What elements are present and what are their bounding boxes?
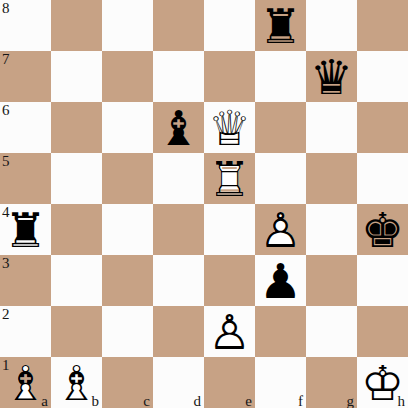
piece-fill: ♝ — [55, 359, 98, 407]
file-label-e: e — [245, 393, 252, 408]
square-a2[interactable]: 2 — [0, 306, 51, 357]
piece-black-pawn: ♟ — [255, 255, 306, 306]
square-h4[interactable]: ♚ — [357, 204, 408, 255]
piece-black-bishop: ♝ — [153, 102, 204, 153]
piece-white-king: ♚♔ — [357, 357, 408, 408]
square-e7[interactable] — [204, 51, 255, 102]
square-a6[interactable]: 6 — [0, 102, 51, 153]
file-label-g: g — [347, 393, 355, 408]
square-b7[interactable] — [51, 51, 102, 102]
piece-black-rook: ♜ — [255, 0, 306, 51]
square-d4[interactable] — [153, 204, 204, 255]
square-g7[interactable]: ♛ — [306, 51, 357, 102]
square-d8[interactable] — [153, 0, 204, 51]
file-label-c: c — [143, 393, 150, 408]
square-g8[interactable] — [306, 0, 357, 51]
square-h8[interactable] — [357, 0, 408, 51]
rank-label-8: 8 — [2, 0, 10, 17]
square-b8[interactable] — [51, 0, 102, 51]
square-f8[interactable]: ♜ — [255, 0, 306, 51]
square-e4[interactable] — [204, 204, 255, 255]
piece-outline: ♙ — [208, 308, 251, 356]
piece-outline: ♗ — [4, 359, 47, 407]
piece-fill: ♟ — [208, 308, 251, 356]
square-e6[interactable]: ♛♕ — [204, 102, 255, 153]
square-f7[interactable] — [255, 51, 306, 102]
piece-fill: ♜ — [259, 2, 302, 50]
square-b2[interactable] — [51, 306, 102, 357]
square-f3[interactable]: ♟ — [255, 255, 306, 306]
piece-outline: ♔ — [361, 359, 404, 407]
rank-label-3: 3 — [2, 255, 10, 272]
square-d6[interactable]: ♝ — [153, 102, 204, 153]
file-label-f: f — [298, 393, 303, 408]
square-h3[interactable] — [357, 255, 408, 306]
square-e5[interactable]: ♜♖ — [204, 153, 255, 204]
piece-outline: ♖ — [208, 155, 251, 203]
piece-fill: ♚ — [361, 206, 404, 254]
square-e3[interactable] — [204, 255, 255, 306]
square-b4[interactable] — [51, 204, 102, 255]
square-c7[interactable] — [102, 51, 153, 102]
square-b3[interactable] — [51, 255, 102, 306]
piece-white-rook: ♜♖ — [204, 153, 255, 204]
square-f6[interactable] — [255, 102, 306, 153]
piece-fill: ♛ — [310, 53, 353, 101]
square-f2[interactable] — [255, 306, 306, 357]
square-g5[interactable] — [306, 153, 357, 204]
piece-black-rook: ♜ — [0, 204, 51, 255]
file-label-b: b — [92, 393, 100, 408]
square-c3[interactable] — [102, 255, 153, 306]
piece-outline: ♗ — [55, 359, 98, 407]
square-d3[interactable] — [153, 255, 204, 306]
rank-label-7: 7 — [2, 51, 10, 68]
piece-fill: ♝ — [4, 359, 47, 407]
square-b5[interactable] — [51, 153, 102, 204]
file-label-h: h — [398, 393, 406, 408]
square-a3[interactable]: 3 — [0, 255, 51, 306]
rank-label-4: 4 — [2, 204, 10, 221]
square-b6[interactable] — [51, 102, 102, 153]
square-h1[interactable]: h♚♔ — [357, 357, 408, 408]
square-c2[interactable] — [102, 306, 153, 357]
piece-white-pawn: ♟♙ — [204, 306, 255, 357]
board: 8♜7♛6♝♛♕5♜♖4♜♟♙♚3♟2♟♙1a♝♗b♝♗cdefgh♚♔ — [0, 0, 408, 408]
square-a1[interactable]: 1a♝♗ — [0, 357, 51, 408]
piece-outline: ♕ — [208, 104, 251, 152]
square-f4[interactable]: ♟♙ — [255, 204, 306, 255]
square-d7[interactable] — [153, 51, 204, 102]
piece-fill: ♜ — [4, 206, 47, 254]
square-c8[interactable] — [102, 0, 153, 51]
square-h5[interactable] — [357, 153, 408, 204]
square-h7[interactable] — [357, 51, 408, 102]
file-label-d: d — [194, 393, 202, 408]
piece-white-bishop: ♝♗ — [51, 357, 102, 408]
square-b1[interactable]: b♝♗ — [51, 357, 102, 408]
piece-white-pawn: ♟♙ — [255, 204, 306, 255]
piece-black-king: ♚ — [357, 204, 408, 255]
rank-label-6: 6 — [2, 102, 10, 119]
piece-fill: ♟ — [259, 257, 302, 305]
square-e1[interactable]: e — [204, 357, 255, 408]
square-f1[interactable]: f — [255, 357, 306, 408]
rank-label-5: 5 — [2, 153, 10, 170]
rank-label-2: 2 — [2, 306, 10, 323]
square-a5[interactable]: 5 — [0, 153, 51, 204]
square-e8[interactable] — [204, 0, 255, 51]
piece-fill: ♛ — [208, 104, 251, 152]
square-a8[interactable]: 8 — [0, 0, 51, 51]
piece-outline: ♙ — [259, 206, 302, 254]
square-g1[interactable]: g — [306, 357, 357, 408]
square-g3[interactable] — [306, 255, 357, 306]
square-a4[interactable]: 4♜ — [0, 204, 51, 255]
square-f5[interactable] — [255, 153, 306, 204]
piece-fill: ♜ — [208, 155, 251, 203]
square-g2[interactable] — [306, 306, 357, 357]
square-c4[interactable] — [102, 204, 153, 255]
square-c1[interactable]: c — [102, 357, 153, 408]
rank-label-1: 1 — [2, 357, 10, 374]
square-d1[interactable]: d — [153, 357, 204, 408]
piece-fill: ♟ — [259, 206, 302, 254]
square-e2[interactable]: ♟♙ — [204, 306, 255, 357]
square-g6[interactable] — [306, 102, 357, 153]
piece-fill: ♝ — [157, 104, 200, 152]
square-a7[interactable]: 7 — [0, 51, 51, 102]
piece-white-bishop: ♝♗ — [0, 357, 51, 408]
square-h6[interactable] — [357, 102, 408, 153]
square-d2[interactable] — [153, 306, 204, 357]
piece-black-queen: ♛ — [306, 51, 357, 102]
piece-white-queen: ♛♕ — [204, 102, 255, 153]
square-g4[interactable] — [306, 204, 357, 255]
piece-fill: ♚ — [361, 359, 404, 407]
square-d5[interactable] — [153, 153, 204, 204]
square-c6[interactable] — [102, 102, 153, 153]
file-label-a: a — [41, 393, 48, 408]
square-c5[interactable] — [102, 153, 153, 204]
square-h2[interactable] — [357, 306, 408, 357]
